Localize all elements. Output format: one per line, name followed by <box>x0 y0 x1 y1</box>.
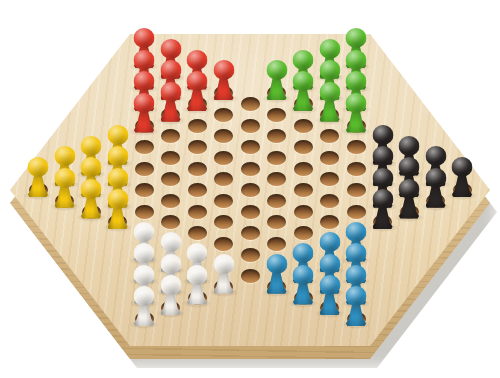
peg-red[interactable] <box>132 93 156 133</box>
peg-body <box>161 292 181 315</box>
peg-head <box>319 232 340 252</box>
hole[interactable] <box>294 205 313 219</box>
peg-head <box>293 243 314 263</box>
peg-body <box>267 77 287 100</box>
hole[interactable] <box>267 172 286 186</box>
hole[interactable] <box>241 183 260 197</box>
peg-yellow[interactable] <box>106 189 130 229</box>
hole[interactable] <box>320 151 339 165</box>
peg-head <box>134 286 155 306</box>
peg-head <box>346 222 367 242</box>
peg-head <box>107 189 128 209</box>
hole[interactable] <box>188 226 207 240</box>
peg-green[interactable] <box>318 82 342 122</box>
hole[interactable] <box>161 129 180 143</box>
peg-head <box>372 125 393 145</box>
peg-black[interactable] <box>450 157 474 197</box>
peg-blue[interactable] <box>265 254 289 294</box>
peg-head <box>134 243 155 263</box>
peg-head <box>346 28 367 48</box>
hole[interactable] <box>347 183 366 197</box>
peg-head <box>134 71 155 91</box>
peg-head <box>160 82 181 102</box>
peg-head <box>372 146 393 166</box>
hole[interactable] <box>214 237 233 251</box>
hole[interactable] <box>214 194 233 208</box>
peg-body <box>187 88 207 111</box>
scene <box>0 0 500 378</box>
hole[interactable] <box>214 172 233 186</box>
peg-head <box>425 168 446 188</box>
hole[interactable] <box>267 194 286 208</box>
peg-body <box>399 196 419 219</box>
hole[interactable] <box>188 162 207 176</box>
hole[interactable] <box>161 172 180 186</box>
hole[interactable] <box>294 162 313 176</box>
hole[interactable] <box>267 215 286 229</box>
peg-body <box>426 185 446 208</box>
peg-body <box>214 271 234 294</box>
peg-head <box>187 71 208 91</box>
peg-body <box>28 174 48 197</box>
peg-body <box>134 110 154 133</box>
hole[interactable] <box>161 215 180 229</box>
peg-head <box>319 39 340 59</box>
peg-head <box>107 146 128 166</box>
peg-head <box>399 157 420 177</box>
peg-white[interactable] <box>212 254 236 294</box>
peg-head <box>293 265 314 285</box>
hole[interactable] <box>188 119 207 133</box>
peg-white[interactable] <box>159 275 183 315</box>
peg-head <box>160 39 181 59</box>
peg-body <box>320 292 340 315</box>
peg-head <box>134 28 155 48</box>
hole[interactable] <box>241 97 260 111</box>
peg-head <box>319 275 340 295</box>
hole[interactable] <box>267 237 286 251</box>
peg-head <box>346 286 367 306</box>
hole[interactable] <box>241 269 260 283</box>
hole[interactable] <box>267 108 286 122</box>
peg-body <box>214 77 234 100</box>
peg-head <box>187 265 208 285</box>
peg-blue[interactable] <box>318 275 342 315</box>
peg-body <box>373 206 393 229</box>
hole[interactable] <box>188 205 207 219</box>
peg-green[interactable] <box>344 93 368 133</box>
hole[interactable] <box>214 129 233 143</box>
peg-body <box>108 206 128 229</box>
peg-head <box>346 265 367 285</box>
peg-head <box>399 136 420 156</box>
peg-body <box>293 282 313 305</box>
peg-head <box>266 60 287 80</box>
hole[interactable] <box>294 226 313 240</box>
peg-head <box>81 179 102 199</box>
hole[interactable] <box>241 162 260 176</box>
peg-head <box>293 50 314 70</box>
peg-head <box>81 157 102 177</box>
peg-head <box>293 71 314 91</box>
hole[interactable] <box>135 162 154 176</box>
peg-head <box>107 168 128 188</box>
hole[interactable] <box>241 248 260 262</box>
hole[interactable] <box>135 205 154 219</box>
board-layer <box>0 0 500 378</box>
peg-head <box>346 50 367 70</box>
peg-black[interactable] <box>397 179 421 219</box>
peg-body <box>320 99 340 122</box>
peg-head <box>213 60 234 80</box>
hole[interactable] <box>135 140 154 154</box>
peg-head <box>81 136 102 156</box>
peg-body <box>293 88 313 111</box>
peg-head <box>319 60 340 80</box>
hole[interactable] <box>294 140 313 154</box>
hole[interactable] <box>214 215 233 229</box>
peg-head <box>134 50 155 70</box>
hole[interactable] <box>267 129 286 143</box>
peg-white[interactable] <box>132 286 156 326</box>
peg-green[interactable] <box>291 71 315 111</box>
hole[interactable] <box>241 205 260 219</box>
peg-black[interactable] <box>371 189 395 229</box>
peg-head <box>187 50 208 70</box>
peg-body <box>346 303 366 326</box>
peg-head <box>372 168 393 188</box>
peg-head <box>346 93 367 113</box>
hole[interactable] <box>241 140 260 154</box>
peg-body <box>55 185 75 208</box>
hole[interactable] <box>347 205 366 219</box>
peg-body <box>81 196 101 219</box>
peg-head <box>187 243 208 263</box>
peg-body <box>187 282 207 305</box>
hole[interactable] <box>320 194 339 208</box>
hole[interactable] <box>320 129 339 143</box>
peg-head <box>28 157 49 177</box>
peg-head <box>160 275 181 295</box>
hole[interactable] <box>214 108 233 122</box>
hole[interactable] <box>241 119 260 133</box>
peg-head <box>399 179 420 199</box>
peg-yellow[interactable] <box>26 157 50 197</box>
peg-head <box>54 146 75 166</box>
hole[interactable] <box>214 151 233 165</box>
peg-blue[interactable] <box>291 265 315 305</box>
hole[interactable] <box>241 226 260 240</box>
hole[interactable] <box>347 140 366 154</box>
peg-head <box>213 254 234 274</box>
peg-body <box>346 110 366 133</box>
hole[interactable] <box>188 140 207 154</box>
peg-head <box>107 125 128 145</box>
hole[interactable] <box>161 194 180 208</box>
hole[interactable] <box>320 215 339 229</box>
peg-head <box>54 168 75 188</box>
peg-head <box>346 243 367 263</box>
hole[interactable] <box>188 183 207 197</box>
peg-head <box>160 254 181 274</box>
peg-red[interactable] <box>212 60 236 100</box>
peg-black[interactable] <box>424 168 448 208</box>
hole[interactable] <box>294 183 313 197</box>
peg-head <box>160 60 181 80</box>
peg-head <box>134 222 155 242</box>
peg-head <box>266 254 287 274</box>
peg-head <box>134 93 155 113</box>
hole[interactable] <box>267 151 286 165</box>
peg-yellow[interactable] <box>53 168 77 208</box>
peg-red[interactable] <box>185 71 209 111</box>
peg-green[interactable] <box>265 60 289 100</box>
hole[interactable] <box>347 162 366 176</box>
peg-head <box>452 157 473 177</box>
peg-head <box>160 232 181 252</box>
hole[interactable] <box>294 119 313 133</box>
peg-head <box>319 254 340 274</box>
peg-head <box>319 82 340 102</box>
peg-head <box>425 146 446 166</box>
peg-yellow[interactable] <box>79 179 103 219</box>
hole[interactable] <box>161 151 180 165</box>
peg-body <box>267 271 287 294</box>
peg-head <box>346 71 367 91</box>
peg-body <box>161 99 181 122</box>
peg-head <box>134 265 155 285</box>
peg-blue[interactable] <box>344 286 368 326</box>
peg-body <box>134 303 154 326</box>
peg-red[interactable] <box>159 82 183 122</box>
peg-body <box>452 174 472 197</box>
peg-head <box>372 189 393 209</box>
hole[interactable] <box>135 183 154 197</box>
peg-white[interactable] <box>185 265 209 305</box>
hole[interactable] <box>320 172 339 186</box>
